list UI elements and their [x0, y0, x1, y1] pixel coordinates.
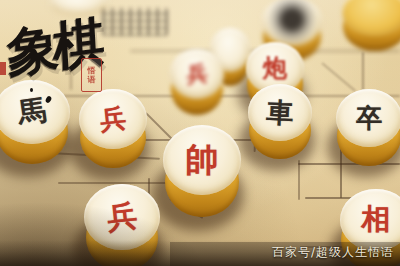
ink-splatter	[30, 88, 33, 92]
piece-character: 帥	[163, 125, 241, 195]
blurred-piece-unknown	[262, 0, 322, 46]
board-line	[362, 52, 364, 94]
logo-seal-edge	[0, 62, 6, 75]
piece-character: 車	[247, 82, 314, 142]
piece-chariot-black: 車	[248, 84, 312, 141]
piece-character: 卒	[336, 89, 400, 147]
unreadable-black-character	[262, 0, 322, 46]
piece-character: 兵	[168, 47, 226, 102]
logo-seal: 悟语	[81, 58, 102, 92]
logo-calligraphy: 象棋	[6, 8, 150, 128]
piece-soldier-black: 卒	[336, 89, 400, 147]
piece-soldier-red-blurred: 兵	[170, 49, 224, 99]
board-line	[321, 62, 356, 92]
piece-general-red: 帥	[163, 125, 241, 195]
xiangqi-photo: 兵 炮 車 馬 兵 卒 帥	[0, 0, 400, 266]
board-line	[298, 160, 300, 200]
watermark-text: 百家号/超级人生悟语	[272, 244, 394, 261]
blurred-gold-piece	[342, 0, 400, 36]
